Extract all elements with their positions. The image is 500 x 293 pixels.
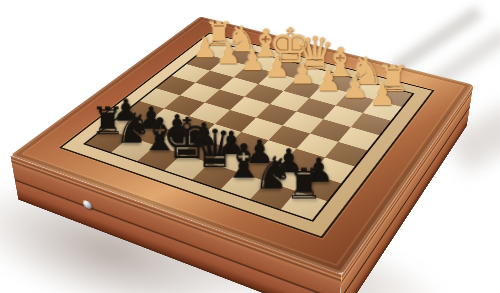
piece-glyph: ♟: [265, 54, 290, 81]
drawer-knob-icon: [82, 199, 92, 210]
scene: ♜♞♝♛♚♝♞♜♟♟♟♟♟♟♟♟♟♟♟♟♟♟♟♟♜♞♝♛♚♝♞♜: [0, 0, 500, 293]
piece-glyph: ♟: [216, 41, 241, 67]
case-top-rim: ♜♞♝♛♚♝♞♜♟♟♟♟♟♟♟♟♟♟♟♟♟♟♟♟♜♞♝♛♚♝♞♜: [10, 16, 473, 274]
piece-glyph: ♟: [369, 81, 396, 109]
piece-glyph: ♟: [240, 47, 265, 73]
piece-glyph: ♟: [342, 74, 368, 102]
product-photo: ♜♞♝♛♚♝♞♜♟♟♟♟♟♟♟♟♟♟♟♟♟♟♟♟♜♞♝♛♚♝♞♜: [0, 0, 500, 293]
piece-glyph: ♟: [290, 60, 316, 87]
pieces-layer: ♜♞♝♛♚♝♞♜♟♟♟♟♟♟♟♟♟♟♟♟♟♟♟♟♜♞♝♛♚♝♞♜: [86, 42, 412, 220]
piece-glyph: ♜: [285, 164, 323, 205]
piece-glyph: ♟: [193, 35, 217, 61]
piece-glyph: ♟: [316, 67, 342, 94]
